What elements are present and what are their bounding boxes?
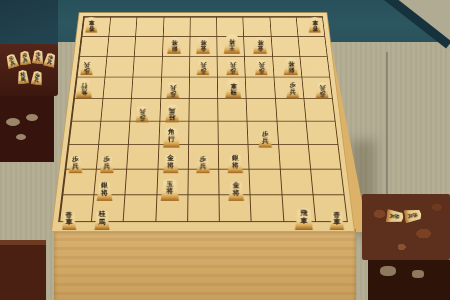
square-73[interactable] (133, 56, 162, 77)
square-81[interactable] (109, 17, 137, 36)
square-12[interactable] (297, 36, 326, 56)
square-86[interactable] (98, 121, 129, 144)
square-39[interactable] (250, 194, 283, 221)
square-82[interactable] (107, 36, 136, 56)
square-41[interactable] (216, 17, 243, 36)
square-22[interactable] (270, 36, 299, 56)
square-63[interactable] (161, 56, 189, 77)
square-35[interactable] (246, 98, 276, 120)
tatami-seam-line (386, 52, 388, 197)
square-46[interactable] (218, 121, 248, 144)
piece-kanji: 歩兵 (390, 213, 401, 220)
square-83[interactable] (105, 56, 134, 77)
piece-kanji: 歩兵 (229, 61, 236, 74)
square-84[interactable] (103, 77, 133, 99)
square-92[interactable] (79, 36, 108, 56)
square-77[interactable] (127, 144, 159, 168)
left-komadai-carved-legs (0, 96, 54, 162)
piece-kanji: 玉将 (166, 181, 174, 195)
piece-kanji: 歩兵 (319, 83, 326, 96)
square-79[interactable] (123, 194, 156, 221)
piece-kanji: 歩兵 (408, 212, 419, 219)
piece-kanji: 歩兵 (21, 53, 28, 64)
square-25[interactable] (275, 98, 306, 120)
square-74[interactable] (131, 77, 161, 99)
piece-kanji: 歩兵 (103, 157, 111, 171)
square-96[interactable] (69, 121, 101, 144)
piece-kanji: 飛車 (300, 210, 308, 225)
piece-kanji: 歩兵 (258, 61, 265, 74)
table-edge-bottom-left (0, 240, 46, 300)
square-95[interactable] (71, 98, 102, 120)
shogi-board-surface: 香車香車銀将金将王将金将歩兵歩兵歩兵歩兵銀将角行歩兵飛車歩兵歩兵歩兵桂馬角行歩兵… (52, 13, 354, 231)
piece-kanji: 金将 (200, 38, 207, 51)
square-34[interactable] (245, 77, 275, 99)
square-15[interactable] (303, 98, 334, 120)
piece-kanji: 角行 (80, 82, 87, 95)
square-45[interactable] (217, 98, 247, 120)
square-38[interactable] (249, 169, 281, 195)
square-54[interactable] (189, 77, 218, 99)
square-31[interactable] (243, 17, 271, 36)
piece-kanji: 飛車 (229, 82, 236, 95)
piece-kanji: 桂馬 (98, 211, 106, 226)
board-front-face (54, 229, 356, 300)
square-16[interactable] (305, 121, 337, 144)
square-56[interactable] (188, 121, 218, 144)
square-72[interactable] (134, 36, 162, 56)
wood-grain (54, 229, 356, 300)
piece-kanji: 金将 (232, 183, 240, 197)
square-28[interactable] (279, 169, 312, 195)
square-26[interactable] (276, 121, 307, 144)
piece-kanji: 銀将 (287, 60, 294, 73)
piece-kanji: 歩兵 (71, 157, 79, 171)
square-27[interactable] (278, 144, 310, 168)
piece-kanji: 銀将 (101, 183, 109, 197)
piece-kanji: 桂馬 (169, 106, 176, 119)
piece-kanji: 歩兵 (200, 61, 207, 74)
piece-kanji: 歩兵 (35, 52, 42, 62)
square-71[interactable] (136, 17, 164, 36)
piece-kanji: 歩兵 (199, 157, 207, 171)
piece-kanji: 王将 (228, 37, 235, 50)
right-komadai-top (362, 194, 450, 260)
piece-kanji: 香車 (333, 212, 341, 227)
piece-kanji: 歩兵 (138, 107, 145, 120)
piece-kanji: 角行 (168, 129, 175, 143)
piece-kanji: 桂馬 (20, 72, 27, 82)
left-komadai-top (0, 44, 58, 96)
right-komadai-legs (368, 260, 450, 300)
square-13[interactable] (299, 56, 329, 77)
square-85[interactable] (101, 98, 132, 120)
square-78[interactable] (125, 169, 157, 195)
square-21[interactable] (269, 17, 297, 36)
piece-kanji: 歩兵 (262, 131, 269, 145)
piece-kanji: 歩兵 (8, 55, 17, 66)
piece-kanji: 香車 (65, 212, 73, 227)
piece-kanji: 香車 (88, 18, 95, 30)
piece-kanji: 銀将 (231, 156, 239, 170)
square-61[interactable] (163, 17, 190, 36)
piece-kanji: 歩兵 (83, 61, 90, 74)
shogi-scene: 香車香車銀将金将王将金将歩兵歩兵歩兵歩兵銀将角行歩兵飛車歩兵歩兵歩兵桂馬角行歩兵… (0, 0, 450, 300)
piece-kanji: 香車 (312, 18, 319, 30)
piece-kanji: 歩兵 (46, 54, 54, 65)
piece-kanji: 歩兵 (33, 73, 40, 84)
square-18[interactable] (310, 169, 344, 195)
piece-kanji: 金将 (167, 156, 175, 170)
square-55[interactable] (188, 98, 217, 120)
piece-kanji: 金将 (257, 38, 264, 51)
piece-kanji: 歩兵 (289, 82, 296, 95)
piece-kanji: 銀将 (171, 38, 178, 51)
square-17[interactable] (308, 144, 341, 168)
piece-kanji: 歩兵 (170, 83, 177, 96)
square-76[interactable] (128, 121, 159, 144)
board-perspective-wrap: 香車香車銀将金将王将金将歩兵歩兵歩兵歩兵銀将角行歩兵飛車歩兵歩兵歩兵桂馬角行歩兵… (52, 0, 354, 231)
square-59[interactable] (187, 194, 219, 221)
square-51[interactable] (190, 17, 217, 36)
square-37[interactable] (248, 144, 280, 168)
